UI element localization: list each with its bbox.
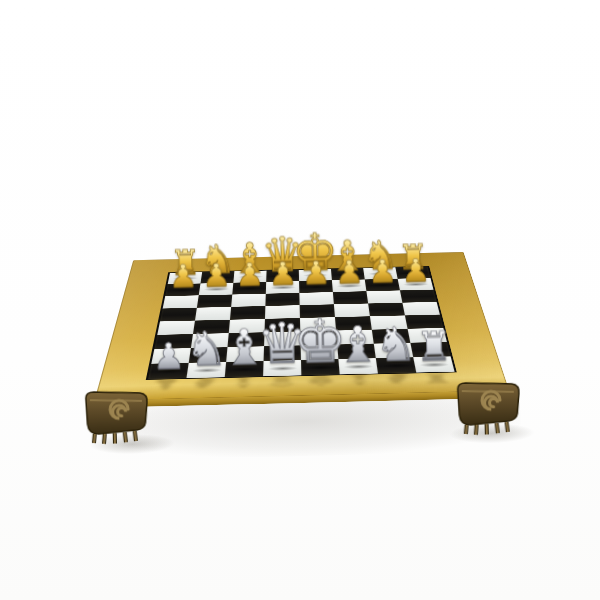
leg-volute-graphic	[82, 389, 151, 446]
corner-leg-left	[82, 389, 151, 446]
chess-board: ♜♞♝♛♚♝♞♜♟♟♟♟♟♟♟♟♟♟♞♞♝♝♛♛♚♚♝♝♞♞♜♜	[94, 252, 509, 401]
chess-set-photo: ♜♞♝♛♚♝♞♜♟♟♟♟♟♟♟♟♟♟♞♞♝♝♛♛♚♚♝♝♞♞♜♜	[0, 0, 600, 600]
king-glyph: ♚	[270, 314, 369, 369]
pieces-layer: ♜♞♝♛♚♝♞♜♟♟♟♟♟♟♟♟♟♟♞♞♝♝♛♛♚♚♝♝♞♞♜♜	[148, 267, 454, 380]
pawn-glyph: ♟	[372, 256, 458, 286]
pawn-glyph: ♟	[119, 339, 217, 373]
corner-leg-right	[454, 380, 523, 437]
leg-volute-graphic	[454, 380, 523, 437]
piece-gold-pawn-h7[interactable]: ♟	[398, 278, 434, 291]
board-tilt-group: ♜♞♝♛♚♝♞♜♟♟♟♟♟♟♟♟♟♟♞♞♝♝♛♛♚♚♝♝♞♞♜♜	[0, 0, 600, 600]
